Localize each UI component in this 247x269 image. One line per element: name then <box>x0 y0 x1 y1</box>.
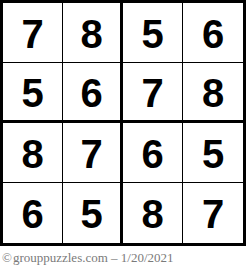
sudoku-cell-r2c3: 7 <box>123 63 183 123</box>
puzzle-page: 7 8 5 6 5 6 7 8 8 7 6 5 6 5 8 7 © groupp… <box>0 0 247 269</box>
sudoku-cell-r4c3: 8 <box>123 183 183 243</box>
footer-text: grouppuzzles.com – 1/20/2021 <box>13 250 174 266</box>
sudoku-cell-r1c2: 8 <box>63 3 123 63</box>
copyright-footer: © grouppuzzles.com – 1/20/2021 <box>0 246 247 269</box>
sudoku-cell-r4c2: 5 <box>63 183 123 243</box>
sudoku-cell-r1c3: 5 <box>123 3 183 63</box>
sudoku-cell-r2c1: 5 <box>3 63 63 123</box>
sudoku-cell-r3c2: 7 <box>63 123 123 183</box>
sudoku-cell-r4c1: 6 <box>3 183 63 243</box>
sudoku-cell-r3c3: 6 <box>123 123 183 183</box>
sudoku-board: 7 8 5 6 5 6 7 8 8 7 6 5 6 5 8 7 <box>0 0 246 246</box>
sudoku-cell-r1c4: 6 <box>183 3 243 63</box>
copyright-icon: © <box>2 250 12 266</box>
sudoku-cell-r3c4: 5 <box>183 123 243 183</box>
sudoku-cell-r2c4: 8 <box>183 63 243 123</box>
sudoku-cell-r4c4: 7 <box>183 183 243 243</box>
sudoku-cell-r3c1: 8 <box>3 123 63 183</box>
sudoku-cell-r1c1: 7 <box>3 3 63 63</box>
sudoku-cell-r2c2: 6 <box>63 63 123 123</box>
